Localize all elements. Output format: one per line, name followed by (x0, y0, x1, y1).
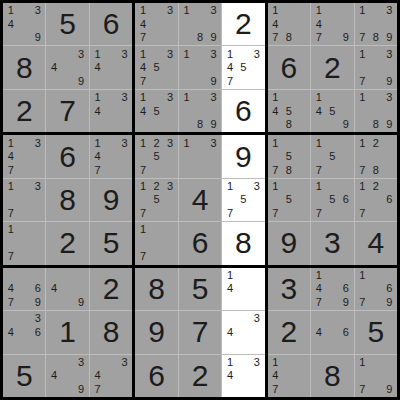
candidate-8 (17, 250, 30, 263)
candidate-4 (136, 237, 149, 250)
solved-digit: 6 (192, 228, 209, 258)
candidate-8 (61, 382, 74, 395)
candidate-5 (193, 150, 206, 163)
candidate-1: 1 (269, 4, 282, 17)
candidate-1: 1 (356, 136, 369, 149)
cell-r3c2[interactable]: 7 (46, 90, 88, 132)
pencil-marks: 137 (3, 179, 45, 221)
candidate-2 (104, 136, 117, 149)
candidate-8 (237, 339, 250, 352)
candidate-6 (207, 150, 220, 163)
candidate-8 (17, 207, 30, 220)
candidate-5 (104, 61, 117, 74)
cell-r2c6[interactable]: 13457 (222, 46, 264, 88)
cell-r4c5[interactable]: 13 (179, 135, 221, 177)
box-2-1: 134761347137891725 (3, 135, 132, 264)
box-2-3: 1578157127815715671267934 (268, 135, 397, 264)
candidate-8 (61, 296, 74, 309)
candidate-5 (17, 237, 30, 250)
candidate-1: 1 (356, 4, 369, 17)
candidate-3 (296, 4, 309, 17)
candidate-6 (163, 104, 176, 117)
cell-r7c8[interactable]: 14679 (311, 268, 353, 310)
candidate-6 (118, 150, 131, 163)
cell-r9c9[interactable]: 179 (355, 355, 397, 397)
candidate-3: 3 (250, 180, 263, 193)
candidate-8 (150, 31, 163, 44)
pencil-marks: 347 (90, 355, 132, 397)
cell-r5c8[interactable]: 1567 (311, 179, 353, 221)
candidate-3: 3 (118, 136, 131, 149)
candidate-7 (47, 296, 60, 309)
candidate-8 (326, 31, 339, 44)
cell-r3c7[interactable]: 1458 (268, 90, 310, 132)
cell-r8c9[interactable]: 5 (355, 311, 397, 353)
candidate-5 (369, 193, 382, 206)
cell-r2c5[interactable]: 139 (179, 46, 221, 88)
candidate-4: 4 (91, 369, 104, 382)
pencil-marks: 157 (268, 179, 310, 221)
cell-r8c7[interactable]: 2 (268, 311, 310, 353)
cell-r6c3[interactable]: 5 (90, 222, 132, 264)
candidate-4: 4 (4, 17, 17, 30)
candidate-1 (4, 312, 17, 325)
candidate-5 (369, 104, 382, 117)
cell-r9c4[interactable]: 6 (135, 355, 177, 397)
candidate-7: 7 (269, 207, 282, 220)
cell-r8c1[interactable]: 346 (3, 311, 45, 353)
cell-r8c5[interactable]: 7 (179, 311, 221, 353)
candidate-7: 7 (312, 296, 325, 309)
candidate-9: 9 (207, 31, 220, 44)
candidate-4: 4 (91, 104, 104, 117)
candidate-2 (237, 180, 250, 193)
candidate-8 (104, 118, 117, 131)
pencil-marks: 13457 (135, 46, 177, 88)
candidate-5 (17, 193, 30, 206)
cell-r2c9[interactable]: 1379 (355, 46, 397, 88)
candidate-6 (207, 104, 220, 117)
candidate-2 (150, 223, 163, 236)
candidate-3 (339, 312, 352, 325)
cell-r1c7[interactable]: 1478 (268, 3, 310, 45)
candidate-4: 4 (223, 369, 236, 382)
candidate-5: 5 (237, 193, 250, 206)
candidate-1 (91, 356, 104, 369)
candidate-8: 8 (369, 163, 382, 176)
cell-r1c5[interactable]: 1389 (179, 3, 221, 45)
candidate-6: 6 (31, 282, 44, 295)
cell-r4c4[interactable]: 12357 (135, 135, 177, 177)
candidate-6 (296, 17, 309, 30)
cell-r6c7[interactable]: 9 (268, 222, 310, 264)
cell-r1c2[interactable]: 5 (46, 3, 88, 45)
cell-r5c1[interactable]: 137 (3, 179, 45, 221)
candidate-5 (237, 326, 250, 339)
pencil-marks: 1478 (268, 3, 310, 45)
cell-r6c4[interactable]: 17 (135, 222, 177, 264)
cell-r4c2[interactable]: 6 (46, 135, 88, 177)
cell-r6c6[interactable]: 8 (222, 222, 264, 264)
candidate-7 (180, 163, 193, 176)
pencil-marks: 157 (311, 135, 353, 177)
cell-r7c7[interactable]: 3 (268, 268, 310, 310)
pencil-marks: 134 (90, 90, 132, 132)
candidate-4: 4 (47, 282, 60, 295)
cell-r6c1[interactable]: 17 (3, 222, 45, 264)
cell-r7c9[interactable]: 1679 (355, 268, 397, 310)
cell-r6c5[interactable]: 6 (179, 222, 221, 264)
cell-r3c1[interactable]: 2 (3, 90, 45, 132)
cell-r1c4[interactable]: 1347 (135, 3, 177, 45)
cell-r9c1[interactable]: 5 (3, 355, 45, 397)
solved-digit: 4 (367, 228, 384, 258)
pencil-marks: 1679 (355, 268, 397, 310)
candidate-9 (31, 163, 44, 176)
candidate-5 (17, 17, 30, 30)
candidate-6 (382, 17, 395, 30)
candidate-7 (180, 74, 193, 87)
candidate-2 (61, 269, 74, 282)
candidate-6 (250, 282, 263, 295)
cell-r9c7[interactable]: 147 (268, 355, 310, 397)
cell-r7c4[interactable]: 8 (135, 268, 177, 310)
candidate-8 (150, 118, 163, 131)
cell-r7c1[interactable]: 4679 (3, 268, 45, 310)
candidate-3: 3 (74, 356, 87, 369)
cell-r8c8[interactable]: 46 (311, 311, 353, 353)
candidate-3 (339, 180, 352, 193)
candidate-8 (104, 74, 117, 87)
solved-digit: 6 (103, 9, 120, 39)
cell-r2c7[interactable]: 6 (268, 46, 310, 88)
candidate-5: 5 (326, 150, 339, 163)
candidate-7: 7 (356, 74, 369, 87)
candidate-3: 3 (163, 180, 176, 193)
candidate-8: 8 (193, 31, 206, 44)
candidate-9: 9 (382, 31, 395, 44)
candidate-5: 5 (282, 150, 295, 163)
candidate-3: 3 (207, 136, 220, 149)
box-1-2: 1347138921345713913457134513896 (135, 3, 264, 132)
candidate-6 (296, 150, 309, 163)
candidate-4: 4 (269, 17, 282, 30)
cell-r7c2[interactable]: 49 (46, 268, 88, 310)
candidate-7: 7 (91, 382, 104, 395)
pencil-marks: 46 (311, 311, 353, 353)
candidate-4: 4 (47, 369, 60, 382)
candidate-1: 1 (4, 180, 17, 193)
cell-r5c4[interactable]: 12357 (135, 179, 177, 221)
cell-r8c4[interactable]: 9 (135, 311, 177, 353)
pencil-marks: 134 (90, 46, 132, 88)
candidate-8 (282, 382, 295, 395)
cell-r3c6[interactable]: 6 (222, 90, 264, 132)
cell-r4c9[interactable]: 1278 (355, 135, 397, 177)
solved-digit: 8 (103, 317, 120, 347)
pencil-marks: 1567 (311, 179, 353, 221)
cell-r6c8[interactable]: 3 (311, 222, 353, 264)
candidate-7 (223, 382, 236, 395)
solved-digit: 8 (235, 228, 252, 258)
candidate-4: 4 (4, 326, 17, 339)
solved-digit: 6 (235, 96, 252, 126)
candidate-5 (61, 61, 74, 74)
candidate-2 (282, 91, 295, 104)
cell-r2c3[interactable]: 134 (90, 46, 132, 88)
candidate-9 (163, 74, 176, 87)
pencil-marks: 147 (268, 355, 310, 397)
solved-digit: 5 (367, 317, 384, 347)
cell-r3c9[interactable]: 1389 (355, 90, 397, 132)
candidate-8 (193, 163, 206, 176)
candidate-3: 3 (207, 91, 220, 104)
cell-r3c4[interactable]: 1345 (135, 90, 177, 132)
cell-r6c2[interactable]: 2 (46, 222, 88, 264)
candidate-1: 1 (180, 4, 193, 17)
pencil-marks: 13789 (355, 3, 397, 45)
cell-r5c6[interactable]: 1357 (222, 179, 264, 221)
candidate-5 (369, 282, 382, 295)
candidate-1: 1 (4, 4, 17, 17)
solved-digit: 9 (235, 142, 252, 172)
cell-r5c9[interactable]: 1267 (355, 179, 397, 221)
candidate-2 (282, 180, 295, 193)
candidate-5 (104, 150, 117, 163)
candidate-7 (269, 118, 282, 131)
candidate-2: 2 (150, 136, 163, 149)
candidate-3 (339, 91, 352, 104)
pencil-marks: 1345 (135, 90, 177, 132)
candidate-4 (223, 193, 236, 206)
candidate-1: 1 (312, 269, 325, 282)
pencil-marks: 49 (46, 268, 88, 310)
candidate-3: 3 (250, 356, 263, 369)
candidate-3: 3 (31, 180, 44, 193)
candidate-3: 3 (250, 47, 263, 60)
pencil-marks: 1389 (179, 3, 221, 45)
candidate-9: 9 (339, 31, 352, 44)
candidate-1: 1 (356, 356, 369, 369)
candidate-7 (180, 118, 193, 131)
candidate-7: 7 (136, 163, 149, 176)
candidate-4 (180, 150, 193, 163)
candidate-5 (61, 369, 74, 382)
candidate-1: 1 (312, 4, 325, 17)
candidate-6 (31, 150, 44, 163)
cell-r2c1[interactable]: 8 (3, 46, 45, 88)
cell-r4c1[interactable]: 1347 (3, 135, 45, 177)
cell-r5c7[interactable]: 157 (268, 179, 310, 221)
candidate-2 (104, 91, 117, 104)
candidate-5: 5 (326, 193, 339, 206)
candidate-4 (180, 17, 193, 30)
candidate-6: 6 (339, 193, 352, 206)
candidate-7: 7 (312, 31, 325, 44)
cell-r3c3[interactable]: 134 (90, 90, 132, 132)
candidate-9 (31, 207, 44, 220)
cell-r3c5[interactable]: 1389 (179, 90, 221, 132)
candidate-2 (150, 91, 163, 104)
pencil-marks: 12357 (135, 179, 177, 221)
cell-r2c4[interactable]: 13457 (135, 46, 177, 88)
candidate-2 (17, 269, 30, 282)
solved-digit: 7 (192, 317, 209, 347)
candidate-7 (4, 31, 17, 44)
candidate-2 (326, 91, 339, 104)
cell-r5c3[interactable]: 9 (90, 179, 132, 221)
candidate-6 (382, 150, 395, 163)
candidate-4 (180, 104, 193, 117)
candidate-1: 1 (356, 47, 369, 60)
candidate-8 (369, 74, 382, 87)
candidate-6 (207, 17, 220, 30)
cell-r1c8[interactable]: 1479 (311, 3, 353, 45)
candidate-8 (237, 207, 250, 220)
candidate-1: 1 (180, 91, 193, 104)
candidate-5 (282, 17, 295, 30)
cell-r9c5[interactable]: 2 (179, 355, 221, 397)
candidate-4 (356, 17, 369, 30)
candidate-2 (17, 312, 30, 325)
candidate-2: 2 (369, 180, 382, 193)
candidate-5: 5 (282, 193, 295, 206)
cell-r8c6[interactable]: 34 (222, 311, 264, 353)
candidate-6: 6 (339, 326, 352, 339)
candidate-8: 8 (282, 163, 295, 176)
candidate-1 (223, 312, 236, 325)
cell-r4c8[interactable]: 157 (311, 135, 353, 177)
candidate-8 (237, 296, 250, 309)
candidate-9: 9 (74, 296, 87, 309)
candidate-9 (296, 382, 309, 395)
candidate-9: 9 (31, 296, 44, 309)
pencil-marks: 1357 (222, 179, 264, 221)
candidate-8 (326, 207, 339, 220)
box-2-2: 1235713912357413571768 (135, 135, 264, 264)
pencil-marks: 1578 (268, 135, 310, 177)
candidate-5: 5 (150, 150, 163, 163)
candidate-3: 3 (31, 312, 44, 325)
cell-r7c3[interactable]: 2 (90, 268, 132, 310)
candidate-7 (91, 74, 104, 87)
candidate-9 (250, 339, 263, 352)
candidate-2 (369, 47, 382, 60)
pencil-marks: 1459 (311, 90, 353, 132)
candidate-7: 7 (269, 382, 282, 395)
cell-r4c3[interactable]: 1347 (90, 135, 132, 177)
cell-r1c6[interactable]: 2 (222, 3, 264, 45)
candidate-1: 1 (312, 136, 325, 149)
candidate-6 (250, 193, 263, 206)
candidate-5 (104, 104, 117, 117)
candidate-2 (17, 136, 30, 149)
cell-r9c8[interactable]: 8 (311, 355, 353, 397)
candidate-2 (237, 47, 250, 60)
candidate-6 (250, 61, 263, 74)
candidate-5 (104, 369, 117, 382)
candidate-3 (382, 136, 395, 149)
candidate-7 (180, 31, 193, 44)
candidate-3 (74, 269, 87, 282)
box-1-1: 134956834913427134 (3, 3, 132, 132)
candidate-3 (382, 180, 395, 193)
candidate-2: 2 (150, 180, 163, 193)
candidate-9 (163, 31, 176, 44)
candidate-5 (193, 104, 206, 117)
candidate-4: 4 (312, 104, 325, 117)
cell-r5c5[interactable]: 4 (179, 179, 221, 221)
candidate-9 (31, 250, 44, 263)
candidate-6 (382, 369, 395, 382)
candidate-5: 5 (237, 61, 250, 74)
cell-r9c6[interactable]: 134 (222, 355, 264, 397)
cell-r7c5[interactable]: 5 (179, 268, 221, 310)
candidate-5 (369, 61, 382, 74)
candidate-3: 3 (118, 47, 131, 60)
candidate-2 (193, 47, 206, 60)
cell-r1c3[interactable]: 6 (90, 3, 132, 45)
cell-r5c2[interactable]: 8 (46, 179, 88, 221)
candidate-1: 1 (4, 136, 17, 149)
candidate-6 (382, 104, 395, 117)
cell-r9c3[interactable]: 347 (90, 355, 132, 397)
candidate-9 (296, 31, 309, 44)
candidate-3 (163, 223, 176, 236)
box-3-1: 4679492346185349347 (3, 268, 132, 397)
pencil-marks: 1347 (135, 3, 177, 45)
candidate-3 (31, 269, 44, 282)
candidate-3 (382, 269, 395, 282)
cell-r6c9[interactable]: 4 (355, 222, 397, 264)
cell-r4c7[interactable]: 1578 (268, 135, 310, 177)
candidate-6 (31, 193, 44, 206)
candidate-3 (339, 269, 352, 282)
pencil-marks: 1267 (355, 179, 397, 221)
candidate-3: 3 (250, 312, 263, 325)
cell-r1c1[interactable]: 1349 (3, 3, 45, 45)
candidate-7: 7 (136, 74, 149, 87)
solved-digit: 5 (192, 274, 209, 304)
cell-r2c2[interactable]: 349 (46, 46, 88, 88)
pencil-marks: 1278 (355, 135, 397, 177)
box-3-2: 8514973462134 (135, 268, 264, 397)
candidate-3 (296, 356, 309, 369)
cell-r1c9[interactable]: 13789 (355, 3, 397, 45)
cell-r3c8[interactable]: 1459 (311, 90, 353, 132)
candidate-8: 8 (369, 31, 382, 44)
candidate-6 (163, 237, 176, 250)
candidate-3 (250, 269, 263, 282)
cell-r2c8[interactable]: 2 (311, 46, 353, 88)
candidate-2 (61, 47, 74, 60)
candidate-9 (296, 118, 309, 131)
candidate-6 (296, 369, 309, 382)
cell-r9c2[interactable]: 349 (46, 355, 88, 397)
cell-r8c3[interactable]: 8 (90, 311, 132, 353)
cell-r4c6[interactable]: 9 (222, 135, 264, 177)
candidate-9 (163, 163, 176, 176)
candidate-9: 9 (382, 74, 395, 87)
candidate-5 (150, 237, 163, 250)
cell-r8c2[interactable]: 1 (46, 311, 88, 353)
solved-digit: 2 (235, 9, 252, 39)
candidate-9 (163, 118, 176, 131)
candidate-8 (17, 163, 30, 176)
candidate-2 (237, 269, 250, 282)
candidate-8 (369, 296, 382, 309)
cell-r7c6[interactable]: 14 (222, 268, 264, 310)
